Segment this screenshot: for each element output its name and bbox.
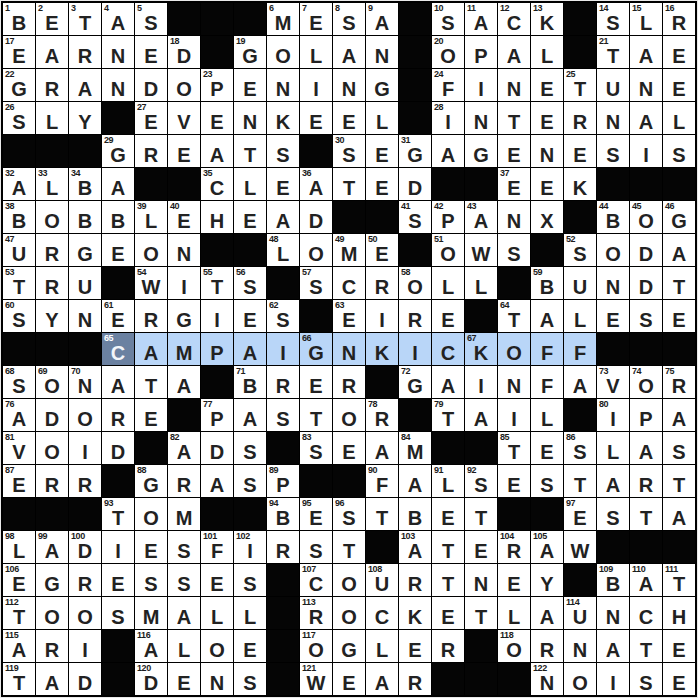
grid-cell[interactable]: 3T [69,3,101,35]
grid-cell[interactable]: 67K [465,333,497,365]
grid-cell[interactable]: 74O [630,366,662,398]
grid-cell[interactable]: L [234,597,266,629]
grid-cell[interactable]: R [399,663,431,695]
grid-cell[interactable]: I [399,333,431,365]
grid-cell[interactable]: 92S [465,465,497,497]
grid-cell[interactable]: 83S [300,432,332,464]
grid-cell[interactable]: 73V [597,366,629,398]
grid-cell[interactable]: R [564,102,596,134]
grid-cell[interactable]: 57S [300,267,332,299]
grid-cell[interactable]: I [69,630,101,662]
grid-cell[interactable]: E [399,630,431,662]
grid-cell[interactable]: 103A [399,531,431,563]
grid-cell[interactable]: I [597,663,629,695]
grid-cell[interactable]: N [465,102,497,134]
grid-cell[interactable]: 9A [366,3,398,35]
grid-cell[interactable]: 46G [663,201,695,233]
grid-cell[interactable]: E [234,201,266,233]
grid-cell[interactable]: 111T [663,564,695,596]
grid-cell[interactable]: R [333,366,365,398]
grid-cell[interactable]: E [168,663,200,695]
grid-cell[interactable]: 107C [300,564,332,596]
grid-cell[interactable]: E [531,102,563,134]
grid-cell[interactable]: K [399,597,431,629]
grid-cell[interactable]: I [498,399,530,431]
grid-cell[interactable]: L [531,36,563,68]
grid-cell[interactable]: O [300,234,332,266]
grid-cell[interactable]: A [267,201,299,233]
grid-cell[interactable]: A [234,333,266,365]
grid-cell[interactable]: R [36,267,68,299]
grid-cell[interactable]: G [366,69,398,101]
grid-cell[interactable]: N [597,102,629,134]
grid-cell[interactable]: 13K [531,3,563,35]
grid-cell[interactable]: 116A [135,630,167,662]
grid-cell[interactable]: 36A [300,168,332,200]
grid-cell[interactable]: A [135,333,167,365]
grid-cell[interactable]: 98L [3,531,35,563]
grid-cell[interactable]: 12C [498,3,530,35]
grid-cell[interactable]: 21T [597,36,629,68]
grid-cell[interactable]: 75R [663,366,695,398]
grid-cell[interactable]: E [432,597,464,629]
grid-cell[interactable]: O [36,597,68,629]
grid-cell[interactable]: O [69,399,101,431]
grid-cell[interactable]: E [201,102,233,134]
grid-cell[interactable]: A [399,465,431,497]
grid-cell[interactable]: 19G [234,36,266,68]
grid-cell[interactable]: C [366,597,398,629]
grid-cell[interactable]: T [663,465,695,497]
grid-cell[interactable]: H [201,201,233,233]
grid-cell[interactable]: I [465,366,497,398]
grid-cell[interactable]: O [36,432,68,464]
grid-cell[interactable]: E [366,168,398,200]
grid-cell[interactable]: 90F [366,465,398,497]
grid-cell[interactable]: A [168,366,200,398]
grid-cell[interactable]: 85T [498,432,530,464]
grid-cell[interactable]: 53T [3,267,35,299]
grid-cell[interactable]: R [267,531,299,563]
grid-cell[interactable]: M [168,498,200,530]
grid-cell[interactable]: 38B [3,201,35,233]
grid-cell[interactable]: N [597,597,629,629]
grid-cell[interactable]: R [399,564,431,596]
grid-cell[interactable]: O [333,399,365,431]
grid-cell[interactable]: E [597,300,629,332]
grid-cell[interactable]: T [333,531,365,563]
grid-cell[interactable]: W [465,234,497,266]
grid-cell[interactable]: O [498,333,530,365]
grid-cell[interactable]: D [102,432,134,464]
grid-cell[interactable]: 77P [201,399,233,431]
grid-cell[interactable]: C [630,597,662,629]
grid-cell[interactable]: S [102,597,134,629]
grid-cell[interactable]: S [135,564,167,596]
grid-cell[interactable]: O [597,234,629,266]
grid-cell[interactable]: 37E [498,168,530,200]
grid-cell[interactable]: D [135,69,167,101]
grid-cell[interactable]: G [465,135,497,167]
grid-cell[interactable]: E [333,102,365,134]
grid-cell[interactable]: E [498,465,530,497]
grid-cell[interactable]: R [36,465,68,497]
grid-cell[interactable]: 35C [201,168,233,200]
grid-cell[interactable]: A [234,399,266,431]
grid-cell[interactable]: E [663,630,695,662]
grid-cell[interactable]: L [234,168,266,200]
grid-cell[interactable]: 115A [3,630,35,662]
grid-cell[interactable]: G [36,564,68,596]
grid-cell[interactable]: E [663,300,695,332]
grid-cell[interactable]: 27E [135,102,167,134]
grid-cell[interactable]: 58O [399,267,431,299]
grid-cell[interactable]: A [36,663,68,695]
grid-cell[interactable]: T [300,399,332,431]
grid-cell[interactable]: R [102,399,134,431]
grid-cell[interactable]: 14S [597,3,629,35]
grid-cell[interactable]: E [135,36,167,68]
grid-cell[interactable]: A [630,102,662,134]
grid-cell[interactable]: E [300,366,332,398]
grid-cell[interactable]: O [135,498,167,530]
grid-cell[interactable]: 20O [432,36,464,68]
grid-cell[interactable]: L [366,630,398,662]
grid-cell[interactable]: U [564,267,596,299]
grid-cell[interactable]: 6M [267,3,299,35]
grid-cell[interactable]: 87E [3,465,35,497]
grid-cell[interactable]: H [663,597,695,629]
grid-cell[interactable]: 110A [630,564,662,596]
grid-cell[interactable]: E [663,36,695,68]
grid-cell[interactable]: 56S [234,267,266,299]
grid-cell[interactable]: T [135,366,167,398]
grid-cell[interactable]: 45O [630,201,662,233]
grid-cell[interactable]: 65C [102,333,134,365]
grid-cell[interactable]: S [597,135,629,167]
grid-cell[interactable]: A [168,597,200,629]
grid-cell[interactable]: E [168,135,200,167]
grid-cell[interactable]: 33L [36,168,68,200]
grid-cell[interactable]: R [366,267,398,299]
grid-cell[interactable]: I [465,69,497,101]
grid-cell[interactable]: 114U [564,597,596,629]
grid-cell[interactable]: S [267,135,299,167]
grid-cell[interactable]: 82A [168,432,200,464]
grid-cell[interactable]: T [366,498,398,530]
grid-cell[interactable]: E [135,531,167,563]
grid-cell[interactable]: L [564,300,596,332]
grid-cell[interactable]: O [267,36,299,68]
grid-cell[interactable]: E [498,135,530,167]
grid-cell[interactable]: E [498,564,530,596]
grid-cell[interactable]: 121W [300,663,332,695]
grid-cell[interactable]: N [267,69,299,101]
grid-cell[interactable]: 66G [300,333,332,365]
grid-cell[interactable]: L [663,102,695,134]
grid-cell[interactable]: E [102,234,134,266]
grid-cell[interactable]: 104R [498,531,530,563]
grid-cell[interactable]: A [564,366,596,398]
grid-cell[interactable]: D [630,234,662,266]
grid-cell[interactable]: 61E [102,300,134,332]
grid-cell[interactable]: S [630,663,662,695]
grid-cell[interactable]: 122N [531,663,563,695]
grid-cell[interactable]: E [564,135,596,167]
grid-cell[interactable]: 72G [399,366,431,398]
grid-cell[interactable]: I [300,69,332,101]
grid-cell[interactable]: 34B [69,168,101,200]
grid-cell[interactable]: 5S [135,3,167,35]
grid-cell[interactable]: 102I [234,531,266,563]
grid-cell[interactable]: 79T [432,399,464,431]
grid-cell[interactable]: L [201,597,233,629]
grid-cell[interactable]: E [531,432,563,464]
grid-cell[interactable]: 69O [36,366,68,398]
grid-cell[interactable]: S [663,135,695,167]
grid-cell[interactable]: 43A [465,201,497,233]
grid-cell[interactable]: 30S [333,135,365,167]
grid-cell[interactable]: S [234,663,266,695]
grid-cell[interactable]: R [630,465,662,497]
grid-cell[interactable]: 93T [102,498,134,530]
grid-cell[interactable]: X [531,201,563,233]
grid-cell[interactable]: I [168,267,200,299]
grid-cell[interactable]: N [630,69,662,101]
grid-cell[interactable]: S [168,564,200,596]
grid-cell[interactable]: 26S [3,102,35,134]
grid-cell[interactable]: C [432,333,464,365]
grid-cell[interactable]: F [564,333,596,365]
grid-cell[interactable]: O [69,597,101,629]
grid-cell[interactable]: 78R [366,399,398,431]
grid-cell[interactable]: 24F [432,69,464,101]
grid-cell[interactable]: T [234,135,266,167]
grid-cell[interactable]: R [69,36,101,68]
grid-cell[interactable]: A [498,36,530,68]
grid-cell[interactable]: E [531,168,563,200]
grid-cell[interactable]: 4A [102,3,134,35]
grid-cell[interactable]: S [663,432,695,464]
grid-cell[interactable]: A [102,168,134,200]
grid-cell[interactable]: G [168,300,200,332]
grid-cell[interactable]: E [531,69,563,101]
grid-cell[interactable]: E [234,69,266,101]
grid-cell[interactable]: R [36,69,68,101]
grid-cell[interactable]: S [300,531,332,563]
grid-cell[interactable]: 88G [135,465,167,497]
grid-cell[interactable]: R [36,630,68,662]
grid-cell[interactable]: A [630,432,662,464]
grid-cell[interactable]: 2E [36,3,68,35]
grid-cell[interactable]: 54W [135,267,167,299]
grid-cell[interactable]: O [333,597,365,629]
grid-cell[interactable]: E [432,498,464,530]
grid-cell[interactable]: E [201,564,233,596]
grid-cell[interactable]: G [69,234,101,266]
grid-cell[interactable]: A [201,465,233,497]
grid-cell[interactable]: 28I [432,102,464,134]
grid-cell[interactable]: E [333,663,365,695]
grid-cell[interactable]: A [465,399,497,431]
grid-cell[interactable]: M [168,333,200,365]
grid-cell[interactable]: 23P [201,69,233,101]
grid-cell[interactable]: L [597,432,629,464]
grid-cell[interactable]: 105A [531,531,563,563]
grid-cell[interactable]: A [69,69,101,101]
grid-cell[interactable]: A [102,366,134,398]
grid-cell[interactable]: M [135,597,167,629]
grid-cell[interactable]: E [234,630,266,662]
grid-cell[interactable]: 100D [69,531,101,563]
grid-cell[interactable]: 101F [201,531,233,563]
grid-cell[interactable]: N [102,69,134,101]
grid-cell[interactable]: I [102,531,134,563]
grid-cell[interactable]: A [597,630,629,662]
grid-cell[interactable]: 84M [399,432,431,464]
grid-cell[interactable]: N [234,102,266,134]
grid-cell[interactable]: N [201,663,233,695]
grid-cell[interactable]: D [630,267,662,299]
grid-cell[interactable]: 55T [201,267,233,299]
grid-cell[interactable]: L [168,630,200,662]
grid-cell[interactable]: S [267,399,299,431]
grid-cell[interactable]: N [498,201,530,233]
grid-cell[interactable]: E [234,300,266,332]
grid-cell[interactable]: 62S [267,300,299,332]
grid-cell[interactable]: 39L [135,201,167,233]
grid-cell[interactable]: P [201,333,233,365]
grid-cell[interactable]: Y [531,564,563,596]
grid-cell[interactable]: E [102,564,134,596]
grid-cell[interactable]: E [366,135,398,167]
grid-cell[interactable]: O [201,630,233,662]
grid-cell[interactable]: L [36,102,68,134]
grid-cell[interactable]: 60S [3,300,35,332]
grid-cell[interactable]: 86S [564,432,596,464]
grid-cell[interactable]: S [234,564,266,596]
grid-cell[interactable]: 49M [333,234,365,266]
grid-cell[interactable]: N [168,234,200,266]
grid-cell[interactable]: L [366,102,398,134]
grid-cell[interactable]: 25T [564,69,596,101]
grid-cell[interactable]: A [663,234,695,266]
grid-cell[interactable]: T [432,531,464,563]
grid-cell[interactable]: 95E [300,498,332,530]
grid-cell[interactable]: N [531,135,563,167]
grid-cell[interactable]: S [597,498,629,530]
grid-cell[interactable]: A [432,366,464,398]
grid-cell[interactable]: R [135,135,167,167]
grid-cell[interactable]: 31G [399,135,431,167]
grid-cell[interactable]: 97E [564,498,596,530]
grid-cell[interactable]: 42P [432,201,464,233]
grid-cell[interactable]: R [135,300,167,332]
grid-cell[interactable]: R [267,366,299,398]
grid-cell[interactable]: A [333,36,365,68]
grid-cell[interactable]: N [564,630,596,662]
grid-cell[interactable]: P [630,399,662,431]
grid-cell[interactable]: A [597,465,629,497]
grid-cell[interactable]: A [366,432,398,464]
grid-cell[interactable]: B [399,498,431,530]
grid-cell[interactable]: E [432,300,464,332]
grid-cell[interactable]: K [366,333,398,365]
grid-cell[interactable]: L [432,267,464,299]
grid-cell[interactable]: 47U [3,234,35,266]
grid-cell[interactable]: 51O [432,234,464,266]
grid-cell[interactable]: 89P [267,465,299,497]
grid-cell[interactable]: T [630,498,662,530]
grid-cell[interactable]: T [432,564,464,596]
grid-cell[interactable]: U [597,69,629,101]
grid-cell[interactable]: A [531,597,563,629]
grid-cell[interactable]: D [300,201,332,233]
grid-cell[interactable]: 7E [300,3,332,35]
grid-cell[interactable]: C [333,267,365,299]
grid-cell[interactable]: R [69,564,101,596]
grid-cell[interactable]: 59B [531,267,563,299]
grid-cell[interactable]: V [168,102,200,134]
grid-cell[interactable]: S [531,465,563,497]
grid-cell[interactable]: E [300,102,332,134]
grid-cell[interactable]: W [564,531,596,563]
grid-cell[interactable]: N [498,69,530,101]
grid-cell[interactable]: R [36,234,68,266]
grid-cell[interactable]: 120D [135,663,167,695]
grid-cell[interactable]: A [432,135,464,167]
grid-cell[interactable]: 70N [69,366,101,398]
grid-cell[interactable]: E [267,168,299,200]
grid-cell[interactable]: 113R [300,597,332,629]
grid-cell[interactable]: O [564,663,596,695]
grid-cell[interactable]: A [366,663,398,695]
grid-cell[interactable]: I [69,432,101,464]
grid-cell[interactable]: S [498,234,530,266]
grid-cell[interactable]: O [36,201,68,233]
grid-cell[interactable]: 119T [3,663,35,695]
grid-cell[interactable]: U [69,267,101,299]
grid-cell[interactable]: T [663,267,695,299]
grid-cell[interactable]: L [498,597,530,629]
grid-cell[interactable]: D [69,663,101,695]
grid-cell[interactable]: I [201,300,233,332]
grid-cell[interactable]: A [36,36,68,68]
grid-cell[interactable]: 52S [564,234,596,266]
grid-cell[interactable]: L [531,399,563,431]
grid-cell[interactable]: F [531,333,563,365]
grid-cell[interactable]: 91L [432,465,464,497]
grid-cell[interactable]: K [564,168,596,200]
grid-cell[interactable]: R [432,630,464,662]
grid-cell[interactable]: N [69,300,101,332]
grid-cell[interactable]: N [366,36,398,68]
grid-cell[interactable]: 68S [3,366,35,398]
grid-cell[interactable]: E [663,69,695,101]
grid-cell[interactable]: 18D [168,36,200,68]
grid-cell[interactable]: K [267,102,299,134]
grid-cell[interactable]: R [531,630,563,662]
grid-cell[interactable]: S [168,531,200,563]
grid-cell[interactable]: A [531,300,563,332]
grid-cell[interactable]: 10S [432,3,464,35]
grid-cell[interactable]: E [663,663,695,695]
grid-cell[interactable]: B [69,201,101,233]
grid-cell[interactable]: 29G [102,135,134,167]
grid-cell[interactable]: S [234,465,266,497]
grid-cell[interactable]: 8S [333,3,365,35]
grid-cell[interactable]: 41S [399,201,431,233]
